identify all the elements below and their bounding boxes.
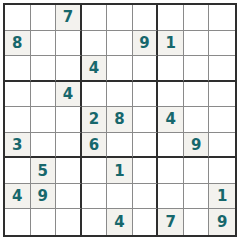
cell-r4c5[interactable]: [107, 82, 133, 108]
cell-r4c1[interactable]: [5, 82, 31, 108]
cell-r2c5[interactable]: [107, 31, 133, 57]
sudoku-board: 78914428436951491479: [3, 3, 237, 237]
cell-r9c9[interactable]: 9: [209, 209, 235, 235]
cell-r9c5[interactable]: 4: [107, 209, 133, 235]
cell-r3c5[interactable]: [107, 56, 133, 82]
cell-r1c4[interactable]: [82, 5, 108, 31]
cell-r6c3[interactable]: [56, 133, 82, 159]
cell-r7c8[interactable]: [184, 158, 210, 184]
cell-r4c7[interactable]: [158, 82, 184, 108]
cell-r9c1[interactable]: [5, 209, 31, 235]
cell-r8c3[interactable]: [56, 184, 82, 210]
cell-r2c9[interactable]: [209, 31, 235, 57]
cell-r2c7[interactable]: 1: [158, 31, 184, 57]
cell-r8c4[interactable]: [82, 184, 108, 210]
cell-r6c5[interactable]: [107, 133, 133, 159]
cell-r8c6[interactable]: [133, 184, 159, 210]
cell-r7c4[interactable]: [82, 158, 108, 184]
cell-r4c6[interactable]: [133, 82, 159, 108]
cell-r1c1[interactable]: [5, 5, 31, 31]
cell-r9c8[interactable]: [184, 209, 210, 235]
cell-r6c7[interactable]: [158, 133, 184, 159]
cell-r4c2[interactable]: [31, 82, 57, 108]
cell-r8c1[interactable]: 4: [5, 184, 31, 210]
cell-r5c2[interactable]: [31, 107, 57, 133]
cell-r2c4[interactable]: [82, 31, 108, 57]
cell-r9c3[interactable]: [56, 209, 82, 235]
cell-r3c1[interactable]: [5, 56, 31, 82]
cell-r9c2[interactable]: [31, 209, 57, 235]
cell-r1c8[interactable]: [184, 5, 210, 31]
cell-r4c9[interactable]: [209, 82, 235, 108]
cell-r5c8[interactable]: [184, 107, 210, 133]
cell-r9c4[interactable]: [82, 209, 108, 235]
cell-r8c2[interactable]: 9: [31, 184, 57, 210]
cell-r5c3[interactable]: [56, 107, 82, 133]
cell-r3c4[interactable]: 4: [82, 56, 108, 82]
cell-r5c7[interactable]: 4: [158, 107, 184, 133]
cell-r3c9[interactable]: [209, 56, 235, 82]
cell-r1c6[interactable]: [133, 5, 159, 31]
cell-r6c2[interactable]: [31, 133, 57, 159]
cell-r8c8[interactable]: [184, 184, 210, 210]
cell-r2c3[interactable]: [56, 31, 82, 57]
cell-r5c5[interactable]: 8: [107, 107, 133, 133]
cell-r3c6[interactable]: [133, 56, 159, 82]
cell-r3c3[interactable]: [56, 56, 82, 82]
cell-r7c7[interactable]: [158, 158, 184, 184]
cell-r8c5[interactable]: [107, 184, 133, 210]
cell-r8c9[interactable]: 1: [209, 184, 235, 210]
cell-r1c9[interactable]: [209, 5, 235, 31]
cell-r6c6[interactable]: [133, 133, 159, 159]
cell-r1c5[interactable]: [107, 5, 133, 31]
cell-r7c3[interactable]: [56, 158, 82, 184]
cell-r2c8[interactable]: [184, 31, 210, 57]
cell-r6c1[interactable]: 3: [5, 133, 31, 159]
cell-r5c6[interactable]: [133, 107, 159, 133]
cell-r3c7[interactable]: [158, 56, 184, 82]
cell-r4c4[interactable]: [82, 82, 108, 108]
cell-r5c1[interactable]: [5, 107, 31, 133]
cell-r9c6[interactable]: [133, 209, 159, 235]
cell-r6c8[interactable]: 9: [184, 133, 210, 159]
cell-r8c7[interactable]: [158, 184, 184, 210]
cell-r7c6[interactable]: [133, 158, 159, 184]
cell-r1c3[interactable]: 7: [56, 5, 82, 31]
cell-r6c9[interactable]: [209, 133, 235, 159]
cell-r3c2[interactable]: [31, 56, 57, 82]
cell-r3c8[interactable]: [184, 56, 210, 82]
cell-r2c2[interactable]: [31, 31, 57, 57]
cell-r6c4[interactable]: 6: [82, 133, 108, 159]
cell-r1c7[interactable]: [158, 5, 184, 31]
cell-r4c3[interactable]: 4: [56, 82, 82, 108]
cell-r7c1[interactable]: [5, 158, 31, 184]
cell-r9c7[interactable]: 7: [158, 209, 184, 235]
cell-r1c2[interactable]: [31, 5, 57, 31]
cell-r7c2[interactable]: 5: [31, 158, 57, 184]
cell-r4c8[interactable]: [184, 82, 210, 108]
cell-r7c9[interactable]: [209, 158, 235, 184]
cell-r5c4[interactable]: 2: [82, 107, 108, 133]
cell-r5c9[interactable]: [209, 107, 235, 133]
cell-r2c1[interactable]: 8: [5, 31, 31, 57]
cell-r2c6[interactable]: 9: [133, 31, 159, 57]
cell-r7c5[interactable]: 1: [107, 158, 133, 184]
